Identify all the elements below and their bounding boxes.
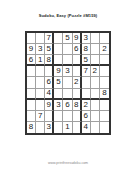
sudoku-cell-r5c3[interactable]: 6: [45, 77, 54, 88]
sudoku-cell-r6c4[interactable]: [54, 89, 63, 100]
sudoku-cell-r9c2[interactable]: [36, 122, 45, 133]
sudoku-cell-r9c8[interactable]: [91, 122, 100, 133]
sudoku-cell-r8c7[interactable]: 6: [82, 111, 91, 122]
sudoku-cell-r4c2[interactable]: [36, 66, 45, 77]
sudoku-cell-r9c7[interactable]: 4: [82, 122, 91, 133]
sudoku-cell-r2c5[interactable]: [63, 44, 72, 55]
sudoku-board: 7593935682618593726524893682768314: [25, 31, 111, 135]
sudoku-cell-r2c8[interactable]: [91, 44, 100, 55]
sudoku-cell-r6c8[interactable]: [91, 89, 100, 100]
sudoku-cell-r3c2[interactable]: 1: [36, 55, 45, 66]
sudoku-cell-r8c4[interactable]: [54, 111, 63, 122]
sudoku-cell-r7c4[interactable]: 3: [54, 100, 63, 111]
sudoku-cell-r4c4[interactable]: 9: [54, 66, 63, 77]
sudoku-cell-r6c1[interactable]: [27, 89, 36, 100]
sudoku-cell-r8c6[interactable]: [73, 111, 82, 122]
sudoku-cell-r3c9[interactable]: [100, 55, 109, 66]
sudoku-cell-r5c1[interactable]: [27, 77, 36, 88]
sudoku-cell-r8c5[interactable]: [63, 111, 72, 122]
sudoku-cell-r5c8[interactable]: [91, 77, 100, 88]
sudoku-cell-r4c6[interactable]: [73, 66, 82, 77]
sudoku-cell-r3c3[interactable]: 8: [45, 55, 54, 66]
sudoku-cell-r7c7[interactable]: 2: [82, 100, 91, 111]
sudoku-cell-r5c9[interactable]: [100, 77, 109, 88]
sudoku-cell-r8c8[interactable]: [91, 111, 100, 122]
sudoku-cell-r3c7[interactable]: 5: [82, 55, 91, 66]
sudoku-cell-r2c9[interactable]: 2: [100, 44, 109, 55]
sudoku-cell-r1c7[interactable]: 3: [82, 33, 91, 44]
sudoku-cell-r7c1[interactable]: [27, 100, 36, 111]
sudoku-cell-r4c3[interactable]: [45, 66, 54, 77]
sudoku-cell-r7c5[interactable]: 6: [63, 100, 72, 111]
sudoku-cell-r6c6[interactable]: [73, 89, 82, 100]
sudoku-cell-r6c5[interactable]: [63, 89, 72, 100]
sudoku-cell-r9c9[interactable]: [100, 122, 109, 133]
sudoku-cell-r2c6[interactable]: 6: [73, 44, 82, 55]
sudoku-cell-r3c5[interactable]: [63, 55, 72, 66]
sudoku-cell-r3c1[interactable]: 6: [27, 55, 36, 66]
sudoku-cell-r7c6[interactable]: 8: [73, 100, 82, 111]
sudoku-page: Sudoku, Easy (Puzzle #M159) 759393568261…: [0, 0, 136, 176]
sudoku-cell-r5c4[interactable]: 5: [54, 77, 63, 88]
sudoku-cell-r1c9[interactable]: [100, 33, 109, 44]
sudoku-cell-r6c7[interactable]: [82, 89, 91, 100]
sudoku-cell-r6c3[interactable]: 4: [45, 89, 54, 100]
sudoku-cell-r5c6[interactable]: 2: [73, 77, 82, 88]
sudoku-cell-r5c5[interactable]: [63, 77, 72, 88]
sudoku-cell-r7c2[interactable]: [36, 100, 45, 111]
sudoku-cell-r1c3[interactable]: 7: [45, 33, 54, 44]
sudoku-cell-r2c7[interactable]: 8: [82, 44, 91, 55]
sudoku-cell-r8c9[interactable]: [100, 111, 109, 122]
sudoku-cell-r3c6[interactable]: [73, 55, 82, 66]
sudoku-cell-r5c2[interactable]: [36, 77, 45, 88]
sudoku-cell-r9c1[interactable]: 8: [27, 122, 36, 133]
sudoku-cell-r1c6[interactable]: 9: [73, 33, 82, 44]
sudoku-cell-r8c2[interactable]: 7: [36, 111, 45, 122]
sudoku-cell-r1c1[interactable]: [27, 33, 36, 44]
sudoku-cell-r6c2[interactable]: [36, 89, 45, 100]
sudoku-cell-r1c8[interactable]: [91, 33, 100, 44]
sudoku-cell-r1c4[interactable]: [54, 33, 63, 44]
sudoku-cell-r4c5[interactable]: 3: [63, 66, 72, 77]
sudoku-cell-r6c9[interactable]: 8: [100, 89, 109, 100]
sudoku-cell-r3c4[interactable]: [54, 55, 63, 66]
sudoku-cell-r4c1[interactable]: [27, 66, 36, 77]
sudoku-cell-r9c3[interactable]: 3: [45, 122, 54, 133]
sudoku-cell-r9c6[interactable]: [73, 122, 82, 133]
sudoku-cell-r7c8[interactable]: [91, 100, 100, 111]
sudoku-cell-r8c3[interactable]: [45, 111, 54, 122]
sudoku-cell-r7c9[interactable]: [100, 100, 109, 111]
sudoku-cell-r2c1[interactable]: 9: [27, 44, 36, 55]
sudoku-cell-r5c7[interactable]: [82, 77, 91, 88]
sudoku-cell-r8c1[interactable]: [27, 111, 36, 122]
sudoku-cell-r2c4[interactable]: [54, 44, 63, 55]
sudoku-cell-r4c7[interactable]: 7: [82, 66, 91, 77]
sudoku-cell-r4c9[interactable]: [100, 66, 109, 77]
sudoku-cell-r1c2[interactable]: [36, 33, 45, 44]
sudoku-cell-r2c2[interactable]: 3: [36, 44, 45, 55]
footer-url: www.printfreesudoku.com: [0, 161, 136, 165]
puzzle-title: Sudoku, Easy (Puzzle #M159): [0, 13, 136, 18]
sudoku-cell-r9c5[interactable]: 1: [63, 122, 72, 133]
sudoku-cell-r4c8[interactable]: 2: [91, 66, 100, 77]
sudoku-cell-r7c3[interactable]: 9: [45, 100, 54, 111]
sudoku-cell-r2c3[interactable]: 5: [45, 44, 54, 55]
sudoku-cell-r3c8[interactable]: [91, 55, 100, 66]
sudoku-cell-r9c4[interactable]: [54, 122, 63, 133]
sudoku-cell-r1c5[interactable]: 5: [63, 33, 72, 44]
